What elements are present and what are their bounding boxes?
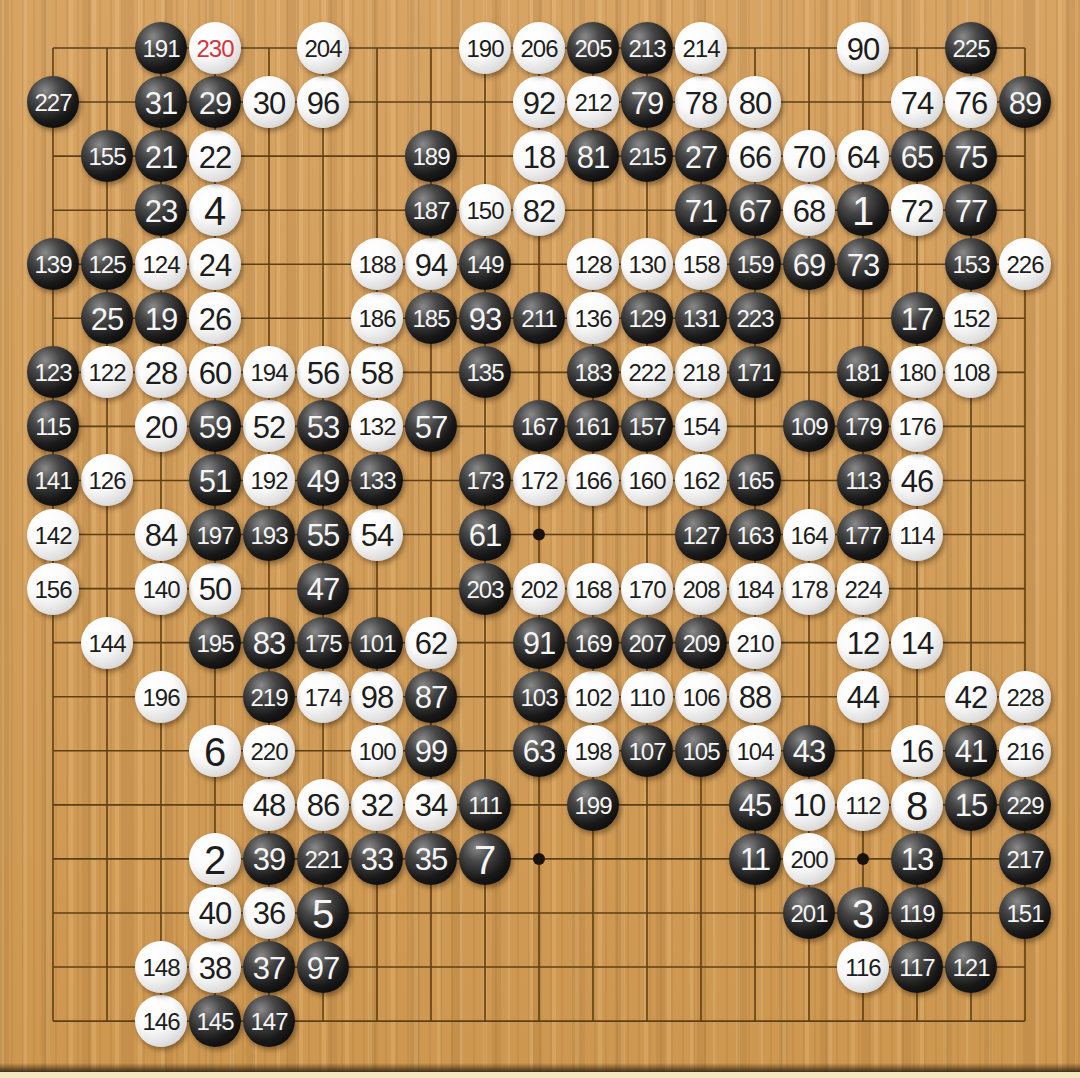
stone-white-230: 230 [189, 22, 241, 74]
stone-white-96: 96 [297, 76, 349, 128]
move-number: 220 [250, 740, 287, 764]
stone-white-194: 194 [243, 346, 295, 398]
move-number: 162 [682, 469, 719, 493]
move-number: 22 [199, 142, 231, 173]
stone-white-178: 178 [783, 563, 835, 615]
stone-white-170: 170 [621, 563, 673, 615]
move-number: 62 [415, 628, 447, 659]
move-number: 169 [574, 632, 611, 656]
move-number: 228 [1006, 686, 1043, 710]
move-number: 29 [199, 88, 231, 119]
move-number: 155 [88, 145, 125, 169]
move-number: 15 [955, 790, 987, 821]
stone-white-168: 168 [567, 563, 619, 615]
move-number: 198 [574, 740, 611, 764]
move-number: 20 [145, 412, 177, 443]
move-number: 72 [901, 196, 933, 227]
stone-black-223: 223 [729, 292, 781, 344]
stone-black-69: 69 [783, 238, 835, 290]
move-number: 58 [361, 358, 393, 389]
move-number: 64 [847, 142, 879, 173]
stone-black-197: 197 [189, 509, 241, 561]
move-number: 108 [952, 361, 989, 385]
stone-white-8: 8 [891, 779, 943, 831]
move-number: 189 [412, 145, 449, 169]
move-number: 112 [845, 794, 880, 818]
move-number: 197 [196, 524, 233, 548]
stone-white-4: 4 [189, 184, 241, 236]
move-number: 53 [307, 412, 339, 443]
move-number: 102 [574, 686, 611, 710]
stone-white-220: 220 [243, 725, 295, 777]
move-number: 65 [901, 142, 933, 173]
stone-white-18: 18 [513, 130, 565, 182]
move-number: 193 [250, 524, 287, 548]
stone-white-54: 54 [351, 509, 403, 561]
stone-black-77: 77 [945, 184, 997, 236]
stone-black-13: 13 [891, 833, 943, 885]
move-number: 177 [844, 524, 881, 548]
move-number: 57 [415, 412, 447, 443]
move-number: 36 [253, 898, 285, 929]
stone-black-211: 211 [513, 292, 565, 344]
stone-black-75: 75 [945, 130, 997, 182]
stone-white-222: 222 [621, 346, 673, 398]
move-number: 211 [521, 307, 556, 331]
move-number: 202 [520, 578, 557, 602]
stone-black-145: 145 [189, 995, 241, 1047]
move-number: 212 [574, 91, 611, 115]
stone-black-31: 31 [135, 76, 187, 128]
stone-white-72: 72 [891, 184, 943, 236]
stone-white-100: 100 [351, 725, 403, 777]
stone-black-213: 213 [621, 22, 673, 74]
move-number: 17 [901, 304, 933, 335]
stone-black-139: 139 [27, 238, 79, 290]
stone-white-206: 206 [513, 22, 565, 74]
move-number: 142 [34, 524, 71, 548]
move-number: 172 [520, 469, 557, 493]
stone-black-229: 229 [999, 779, 1051, 831]
stone-black-19: 19 [135, 292, 187, 344]
stone-white-122: 122 [81, 346, 133, 398]
move-number: 97 [307, 953, 339, 984]
stone-white-6: 6 [189, 725, 241, 777]
move-number: 39 [253, 844, 285, 875]
move-number: 194 [250, 361, 287, 385]
move-number: 133 [358, 469, 395, 493]
board-edge-shadow [0, 1063, 1080, 1072]
stone-white-30: 30 [243, 76, 295, 128]
move-number: 191 [142, 37, 179, 61]
move-number: 150 [466, 199, 503, 223]
stone-black-147: 147 [243, 995, 295, 1047]
move-number: 218 [682, 361, 719, 385]
move-number: 156 [34, 578, 71, 602]
move-number: 78 [685, 88, 717, 119]
stone-white-186: 186 [351, 292, 403, 344]
stone-white-68: 68 [783, 184, 835, 236]
move-number: 226 [1006, 253, 1043, 277]
stone-black-125: 125 [81, 238, 133, 290]
stone-black-111: 111 [459, 779, 511, 831]
stone-black-207: 207 [621, 617, 673, 669]
move-number: 132 [358, 415, 395, 439]
move-number: 168 [574, 578, 611, 602]
move-number: 181 [844, 361, 881, 385]
stone-black-87: 87 [405, 671, 457, 723]
move-number: 7 [474, 840, 496, 880]
stone-white-110: 110 [621, 671, 673, 723]
stone-black-21: 21 [135, 130, 187, 182]
stone-white-44: 44 [837, 671, 889, 723]
move-number: 99 [415, 736, 447, 767]
stone-white-218: 218 [675, 346, 727, 398]
stone-black-61: 61 [459, 509, 511, 561]
stone-black-171: 171 [729, 346, 781, 398]
stone-black-103: 103 [513, 671, 565, 723]
move-number: 114 [899, 524, 934, 548]
move-number: 60 [199, 358, 231, 389]
stone-white-28: 28 [135, 346, 187, 398]
move-number: 68 [793, 196, 825, 227]
move-number: 6 [204, 732, 226, 772]
move-number: 50 [199, 574, 231, 605]
stone-white-92: 92 [513, 76, 565, 128]
move-number: 151 [1006, 902, 1043, 926]
stone-black-135: 135 [459, 346, 511, 398]
stone-black-199: 199 [567, 779, 619, 831]
move-number: 90 [847, 34, 879, 65]
move-number: 224 [844, 578, 881, 602]
move-number: 69 [793, 250, 825, 281]
move-number: 56 [307, 358, 339, 389]
move-number: 186 [358, 307, 395, 331]
move-number: 23 [145, 196, 177, 227]
move-number: 174 [304, 686, 341, 710]
move-number: 229 [1006, 794, 1043, 818]
move-number: 35 [415, 844, 447, 875]
stone-black-101: 101 [351, 617, 403, 669]
move-number: 207 [628, 632, 665, 656]
move-number: 28 [145, 358, 177, 389]
move-number: 109 [790, 415, 827, 439]
stone-white-114: 114 [891, 509, 943, 561]
stone-white-156: 156 [27, 563, 79, 615]
stone-white-198: 198 [567, 725, 619, 777]
stone-white-196: 196 [135, 671, 187, 723]
move-number: 21 [145, 142, 177, 173]
stone-black-65: 65 [891, 130, 943, 182]
stone-black-191: 191 [135, 22, 187, 74]
move-number: 179 [844, 415, 881, 439]
move-number: 152 [952, 307, 989, 331]
stone-white-102: 102 [567, 671, 619, 723]
move-number: 1 [852, 191, 874, 231]
move-number: 126 [88, 469, 125, 493]
stone-black-195: 195 [189, 617, 241, 669]
move-number: 52 [253, 412, 285, 443]
move-number: 38 [199, 953, 231, 984]
move-number: 30 [253, 88, 285, 119]
stone-black-89: 89 [999, 76, 1051, 128]
stone-white-24: 24 [189, 238, 241, 290]
move-number: 117 [899, 956, 934, 980]
stone-black-81: 81 [567, 130, 619, 182]
move-number: 171 [736, 361, 773, 385]
move-number: 51 [199, 466, 231, 497]
stone-white-216: 216 [999, 725, 1051, 777]
stone-black-203: 203 [459, 563, 511, 615]
stone-white-200: 200 [783, 833, 835, 885]
board-edge-highlight [0, 1072, 1080, 1078]
stone-white-82: 82 [513, 184, 565, 236]
move-number: 165 [736, 469, 773, 493]
move-number: 180 [898, 361, 935, 385]
move-number: 227 [34, 91, 71, 115]
stone-white-98: 98 [351, 671, 403, 723]
go-board: 1234567810111213141516171819202122232425… [0, 0, 1080, 1078]
move-number: 113 [845, 469, 880, 493]
move-number: 217 [1006, 848, 1043, 872]
move-number: 25 [91, 304, 123, 335]
move-number: 127 [682, 524, 719, 548]
move-number: 92 [523, 88, 555, 119]
move-number: 33 [361, 844, 393, 875]
stone-black-189: 189 [405, 130, 457, 182]
move-number: 230 [196, 37, 233, 61]
move-number: 77 [955, 196, 987, 227]
stone-black-193: 193 [243, 509, 295, 561]
move-number: 88 [739, 682, 771, 713]
move-number: 41 [955, 736, 987, 767]
stone-black-123: 123 [27, 346, 79, 398]
move-number: 12 [847, 628, 879, 659]
stone-black-151: 151 [999, 887, 1051, 939]
move-number: 163 [736, 524, 773, 548]
stone-white-74: 74 [891, 76, 943, 128]
stone-white-112: 112 [837, 779, 889, 831]
stone-black-175: 175 [297, 617, 349, 669]
move-number: 89 [1009, 88, 1041, 119]
move-number: 63 [523, 736, 555, 767]
stone-white-224: 224 [837, 563, 889, 615]
stone-black-1: 1 [837, 184, 889, 236]
stone-white-116: 116 [837, 941, 889, 993]
move-number: 40 [199, 898, 231, 929]
move-number: 93 [469, 304, 501, 335]
move-number: 154 [682, 415, 719, 439]
move-number: 195 [196, 632, 233, 656]
stone-black-63: 63 [513, 725, 565, 777]
move-number: 66 [739, 142, 771, 173]
stone-white-158: 158 [675, 238, 727, 290]
move-number: 161 [574, 415, 611, 439]
move-number: 188 [358, 253, 395, 277]
stone-black-183: 183 [567, 346, 619, 398]
stone-black-169: 169 [567, 617, 619, 669]
move-number: 75 [955, 142, 987, 173]
move-number: 91 [523, 628, 555, 659]
stone-black-117: 117 [891, 941, 943, 993]
move-number: 115 [35, 415, 70, 439]
move-number: 110 [629, 686, 664, 710]
move-number: 3 [852, 894, 874, 934]
stone-black-97: 97 [297, 941, 349, 993]
stone-white-62: 62 [405, 617, 457, 669]
move-number: 185 [412, 307, 449, 331]
move-number: 24 [199, 250, 231, 281]
stone-black-7: 7 [459, 833, 511, 885]
stone-white-84: 84 [135, 509, 187, 561]
move-number: 158 [682, 253, 719, 277]
move-number: 196 [142, 686, 179, 710]
move-number: 160 [628, 469, 665, 493]
move-number: 216 [1006, 740, 1043, 764]
stone-black-35: 35 [405, 833, 457, 885]
move-number: 76 [955, 88, 987, 119]
move-number: 107 [628, 740, 665, 764]
move-number: 45 [739, 790, 771, 821]
move-number: 111 [468, 794, 501, 818]
stone-black-185: 185 [405, 292, 457, 344]
stone-white-88: 88 [729, 671, 781, 723]
move-number: 187 [412, 199, 449, 223]
stone-white-174: 174 [297, 671, 349, 723]
move-number: 170 [628, 578, 665, 602]
move-number: 190 [466, 37, 503, 61]
stone-black-91: 91 [513, 617, 565, 669]
move-number: 223 [736, 307, 773, 331]
move-number: 178 [790, 578, 827, 602]
move-number: 144 [88, 632, 125, 656]
move-number: 210 [736, 632, 773, 656]
move-number: 124 [142, 253, 179, 277]
stone-white-146: 146 [135, 995, 187, 1047]
move-number: 205 [574, 37, 611, 61]
move-number: 173 [466, 469, 503, 493]
stone-white-34: 34 [405, 779, 457, 831]
move-number: 61 [469, 520, 501, 551]
stone-white-180: 180 [891, 346, 943, 398]
move-number: 148 [142, 956, 179, 980]
move-number: 129 [628, 307, 665, 331]
stone-black-159: 159 [729, 238, 781, 290]
move-number: 73 [847, 250, 879, 281]
move-number: 37 [253, 953, 285, 984]
move-number: 199 [574, 794, 611, 818]
stone-white-56: 56 [297, 346, 349, 398]
move-number: 213 [628, 37, 665, 61]
stone-black-205: 205 [567, 22, 619, 74]
move-number: 18 [523, 142, 555, 173]
move-number: 16 [901, 736, 933, 767]
move-number: 121 [952, 956, 989, 980]
move-number: 105 [682, 740, 719, 764]
stone-white-42: 42 [945, 671, 997, 723]
move-number: 26 [199, 304, 231, 335]
stone-black-39: 39 [243, 833, 295, 885]
move-number: 34 [415, 790, 447, 821]
stone-white-14: 14 [891, 617, 943, 669]
move-number: 96 [307, 88, 339, 119]
stone-black-71: 71 [675, 184, 727, 236]
move-number: 200 [790, 848, 827, 872]
stone-black-181: 181 [837, 346, 889, 398]
stone-black-227: 227 [27, 76, 79, 128]
move-number: 209 [682, 632, 719, 656]
stone-black-107: 107 [621, 725, 673, 777]
move-number: 135 [466, 361, 503, 385]
stone-white-136: 136 [567, 292, 619, 344]
move-number: 19 [145, 304, 177, 335]
stone-black-155: 155 [81, 130, 133, 182]
stone-black-5: 5 [297, 887, 349, 939]
move-number: 100 [358, 740, 395, 764]
stone-black-99: 99 [405, 725, 457, 777]
stone-black-25: 25 [81, 292, 133, 344]
move-number: 175 [304, 632, 341, 656]
move-number: 131 [682, 307, 719, 331]
stone-white-78: 78 [675, 76, 727, 128]
stone-black-33: 33 [351, 833, 403, 885]
move-number: 82 [523, 196, 555, 227]
stone-black-163: 163 [729, 509, 781, 561]
stone-white-32: 32 [351, 779, 403, 831]
stone-white-104: 104 [729, 725, 781, 777]
move-number: 221 [304, 848, 341, 872]
stone-black-73: 73 [837, 238, 889, 290]
move-number: 11 [740, 844, 770, 875]
move-number: 204 [304, 37, 341, 61]
stone-white-202: 202 [513, 563, 565, 615]
move-number: 166 [574, 469, 611, 493]
stone-white-90: 90 [837, 22, 889, 74]
stone-black-121: 121 [945, 941, 997, 993]
move-number: 176 [898, 415, 935, 439]
move-number: 44 [847, 682, 879, 713]
move-number: 222 [628, 361, 665, 385]
stone-white-128: 128 [567, 238, 619, 290]
stone-black-3: 3 [837, 887, 889, 939]
move-number: 139 [34, 253, 71, 277]
move-number: 55 [307, 520, 339, 551]
stone-black-215: 215 [621, 130, 673, 182]
stone-white-22: 22 [189, 130, 241, 182]
stone-black-187: 187 [405, 184, 457, 236]
move-number: 86 [307, 790, 339, 821]
stone-white-38: 38 [189, 941, 241, 993]
move-number: 2 [204, 840, 226, 880]
move-number: 141 [34, 469, 71, 493]
stone-white-212: 212 [567, 76, 619, 128]
move-number: 42 [955, 682, 987, 713]
stone-white-142: 142 [27, 509, 79, 561]
stone-black-119: 119 [891, 887, 943, 939]
stone-white-86: 86 [297, 779, 349, 831]
stone-white-16: 16 [891, 725, 943, 777]
stone-black-55: 55 [297, 509, 349, 561]
move-number: 183 [574, 361, 611, 385]
stone-black-131: 131 [675, 292, 727, 344]
move-number: 83 [253, 628, 285, 659]
stone-white-94: 94 [405, 238, 457, 290]
stone-black-11: 11 [729, 833, 781, 885]
move-number: 149 [466, 253, 503, 277]
move-number: 80 [739, 88, 771, 119]
stone-white-80: 80 [729, 76, 781, 128]
stone-white-190: 190 [459, 22, 511, 74]
